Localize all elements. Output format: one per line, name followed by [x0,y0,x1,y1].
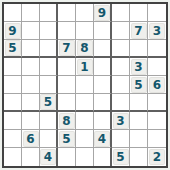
sudoku-cell-r4c8: 3 [130,58,148,76]
sudoku-board: 99735781356583654452 [2,2,168,168]
sudoku-cell-r7c4: 8 [58,112,76,130]
given-digit: 3 [134,61,142,73]
sudoku-cell-r8c9[interactable] [148,130,166,148]
given-digit: 7 [134,25,142,37]
sudoku-cell-r9c5[interactable] [76,148,94,166]
sudoku-cell-r6c2[interactable] [22,94,40,112]
sudoku-cell-r1c9[interactable] [148,4,166,22]
sudoku-cell-r6c1[interactable] [4,94,22,112]
sudoku-cell-r6c5[interactable] [76,94,94,112]
given-cell-patch: 8 [78,41,92,55]
sudoku-cell-r4c5: 1 [76,58,94,76]
sudoku-cell-r6c3: 5 [40,94,58,112]
sudoku-cell-r3c5: 8 [76,40,94,58]
given-digit: 9 [98,7,106,19]
sudoku-cell-r5c6[interactable] [94,76,112,94]
given-cell-patch: 4 [41,150,55,164]
sudoku-cell-r8c4: 5 [58,130,76,148]
sudoku-cell-r6c6[interactable] [94,94,112,112]
sudoku-cell-r8c2: 6 [22,130,40,148]
sudoku-cell-r5c3[interactable] [40,76,58,94]
sudoku-cell-r5c5[interactable] [76,76,94,94]
sudoku-cell-r7c9[interactable] [148,112,166,130]
given-cell-patch: 3 [150,24,164,38]
sudoku-cell-r4c2[interactable] [22,58,40,76]
sudoku-cell-r6c4[interactable] [58,94,76,112]
sudoku-cell-r5c4[interactable] [58,76,76,94]
given-digit: 8 [80,42,88,54]
given-digit: 3 [153,25,161,37]
given-cell-patch: 6 [150,78,164,92]
given-cell-patch: 3 [132,60,146,74]
given-cell-patch: 8 [60,114,74,128]
given-cell-patch: 1 [78,60,92,74]
given-cell-patch: 5 [6,41,20,55]
sudoku-cell-r1c7[interactable] [112,4,130,22]
given-cell-patch: 5 [114,150,128,164]
sudoku-cell-r5c7[interactable] [112,76,130,94]
sudoku-cell-r2c3[interactable] [40,22,58,40]
sudoku-cell-r5c9: 6 [148,76,166,94]
sudoku-cell-r7c7: 3 [112,112,130,130]
given-digit: 4 [44,151,52,163]
sudoku-cell-r3c4: 7 [58,40,76,58]
sudoku-cell-r1c6: 9 [94,4,112,22]
sudoku-cell-r4c3[interactable] [40,58,58,76]
sudoku-cell-r9c9: 2 [148,148,166,166]
given-digit: 1 [80,61,88,73]
sudoku-cell-r2c6[interactable] [94,22,112,40]
sudoku-cell-r1c1[interactable] [4,4,22,22]
sudoku-cell-r2c4[interactable] [58,22,76,40]
sudoku-cell-r6c7[interactable] [112,94,130,112]
sudoku-cell-r4c1[interactable] [4,58,22,76]
page: 99735781356583654452 [0,0,170,170]
given-cell-patch: 3 [114,114,128,128]
sudoku-cell-r7c1[interactable] [4,112,22,130]
given-digit: 6 [153,79,161,91]
sudoku-cell-r1c2[interactable] [22,4,40,22]
given-digit: 4 [98,133,106,145]
sudoku-cell-r3c3[interactable] [40,40,58,58]
sudoku-cell-r8c6: 4 [94,130,112,148]
sudoku-cell-r9c4[interactable] [58,148,76,166]
sudoku-cell-r9c3: 4 [40,148,58,166]
sudoku-cell-r9c2[interactable] [22,148,40,166]
given-cell-patch: 7 [60,41,74,55]
given-cell-patch: 9 [95,6,109,20]
sudoku-cell-r5c1[interactable] [4,76,22,94]
sudoku-cell-r3c1: 5 [4,40,22,58]
given-cell-patch: 2 [150,150,164,164]
given-digit: 3 [116,115,124,127]
given-cell-patch: 5 [132,78,146,92]
sudoku-cell-r4c6[interactable] [94,58,112,76]
sudoku-cell-r8c5[interactable] [76,130,94,148]
sudoku-cell-r3c2[interactable] [22,40,40,58]
sudoku-cell-r6c9[interactable] [148,94,166,112]
sudoku-cell-r2c5[interactable] [76,22,94,40]
given-cell-patch: 5 [60,132,74,146]
sudoku-cell-r8c8[interactable] [130,130,148,148]
given-digit: 9 [8,25,16,37]
sudoku-cell-r9c6[interactable] [94,148,112,166]
given-cell-patch: 7 [132,24,146,38]
sudoku-cell-r7c3[interactable] [40,112,58,130]
given-digit: 5 [134,79,142,91]
sudoku-cell-r7c2[interactable] [22,112,40,130]
sudoku-cell-r7c6[interactable] [94,112,112,130]
sudoku-cell-r2c9: 3 [148,22,166,40]
given-digit: 6 [26,133,34,145]
given-digit: 5 [8,42,16,54]
given-digit: 8 [62,115,70,127]
given-cell-patch: 6 [24,132,38,146]
sudoku-cell-r4c9[interactable] [148,58,166,76]
sudoku-cell-r1c3[interactable] [40,4,58,22]
given-digit: 5 [116,151,124,163]
sudoku-cell-r9c8[interactable] [130,148,148,166]
given-digit: 7 [62,42,70,54]
sudoku-cell-r2c1: 9 [4,22,22,40]
sudoku-cell-r3c6[interactable] [94,40,112,58]
sudoku-cell-r7c8[interactable] [130,112,148,130]
sudoku-cell-r9c7: 5 [112,148,130,166]
sudoku-cell-r1c4[interactable] [58,4,76,22]
sudoku-cell-r4c4[interactable] [58,58,76,76]
sudoku-cell-r5c8: 5 [130,76,148,94]
given-digit: 5 [44,96,52,108]
given-cell-patch: 4 [95,132,109,146]
sudoku-cell-r1c5[interactable] [76,4,94,22]
sudoku-cell-r2c8: 7 [130,22,148,40]
sudoku-cell-r2c2[interactable] [22,22,40,40]
sudoku-cell-r5c2[interactable] [22,76,40,94]
given-digit: 2 [153,151,161,163]
sudoku-cell-r8c1[interactable] [4,130,22,148]
sudoku-cell-r1c8[interactable] [130,4,148,22]
sudoku-cell-r8c3[interactable] [40,130,58,148]
sudoku-cell-r3c8[interactable] [130,40,148,58]
sudoku-cell-r3c9[interactable] [148,40,166,58]
sudoku-cell-r8c7[interactable] [112,130,130,148]
sudoku-cell-r7c5[interactable] [76,112,94,130]
sudoku-cell-r6c8[interactable] [130,94,148,112]
given-digit: 5 [62,133,70,145]
sudoku-cell-r2c7[interactable] [112,22,130,40]
sudoku-cell-r9c1[interactable] [4,148,22,166]
given-cell-patch: 9 [6,24,20,38]
sudoku-cell-r4c7[interactable] [112,58,130,76]
sudoku-cell-r3c7[interactable] [112,40,130,58]
given-cell-patch: 5 [41,95,55,109]
